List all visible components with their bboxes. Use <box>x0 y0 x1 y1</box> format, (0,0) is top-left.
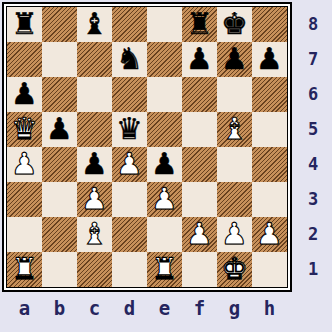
rank-label-4: 4 <box>296 147 330 182</box>
rank-label-5: 5 <box>296 112 330 147</box>
square-h8[interactable] <box>252 7 287 42</box>
black-queen-d5[interactable]: ♛ <box>112 112 147 147</box>
black-pawn-g7[interactable]: ♟ <box>217 42 252 77</box>
black-pawn-h7[interactable]: ♟ <box>252 42 287 77</box>
square-d2[interactable] <box>112 217 147 252</box>
rank-label-7: 7 <box>296 42 330 77</box>
square-b7[interactable] <box>42 42 77 77</box>
square-f2[interactable]: ♟ <box>182 217 217 252</box>
white-rook-a1[interactable]: ♜ <box>7 252 42 287</box>
square-g1[interactable]: ♚ <box>217 252 252 287</box>
square-g2[interactable]: ♟ <box>217 217 252 252</box>
white-queen-a5[interactable]: ♛ <box>7 112 42 147</box>
black-pawn-a6[interactable]: ♟ <box>7 77 42 112</box>
file-label-f: f <box>182 295 217 325</box>
square-a6[interactable]: ♟ <box>7 77 42 112</box>
rank-label-3: 3 <box>296 182 330 217</box>
square-g4[interactable] <box>217 147 252 182</box>
square-b4[interactable] <box>42 147 77 182</box>
square-f4[interactable] <box>182 147 217 182</box>
white-pawn-f2[interactable]: ♟ <box>182 217 217 252</box>
board-frame-inner-line: ♜♝♜♚♞♟♟♟♟♛♟♛♝♟♟♟♟♟♟♝♟♟♟♜♜♚ <box>6 6 288 288</box>
square-c1[interactable] <box>77 252 112 287</box>
square-a2[interactable] <box>7 217 42 252</box>
square-a3[interactable] <box>7 182 42 217</box>
square-d6[interactable] <box>112 77 147 112</box>
file-label-a: a <box>7 295 42 325</box>
white-pawn-d4[interactable]: ♟ <box>112 147 147 182</box>
square-f5[interactable] <box>182 112 217 147</box>
board-frame: ♜♝♜♚♞♟♟♟♟♛♟♛♝♟♟♟♟♟♟♝♟♟♟♜♜♚ <box>2 2 292 292</box>
square-c6[interactable] <box>77 77 112 112</box>
white-pawn-g2[interactable]: ♟ <box>217 217 252 252</box>
square-h3[interactable] <box>252 182 287 217</box>
square-d3[interactable] <box>112 182 147 217</box>
square-c8[interactable]: ♝ <box>77 7 112 42</box>
white-king-g1[interactable]: ♚ <box>217 252 252 287</box>
square-e5[interactable] <box>147 112 182 147</box>
square-d5[interactable]: ♛ <box>112 112 147 147</box>
white-pawn-h2[interactable]: ♟ <box>252 217 287 252</box>
black-pawn-b5[interactable]: ♟ <box>42 112 77 147</box>
square-c3[interactable]: ♟ <box>77 182 112 217</box>
square-h4[interactable] <box>252 147 287 182</box>
white-pawn-a4[interactable]: ♟ <box>7 147 42 182</box>
black-king-g8[interactable]: ♚ <box>217 7 252 42</box>
rank-label-1: 1 <box>296 252 330 287</box>
square-a8[interactable]: ♜ <box>7 7 42 42</box>
square-e3[interactable]: ♟ <box>147 182 182 217</box>
square-b8[interactable] <box>42 7 77 42</box>
square-h7[interactable]: ♟ <box>252 42 287 77</box>
square-g7[interactable]: ♟ <box>217 42 252 77</box>
square-g8[interactable]: ♚ <box>217 7 252 42</box>
white-pawn-c3[interactable]: ♟ <box>77 182 112 217</box>
square-d4[interactable]: ♟ <box>112 147 147 182</box>
white-rook-e1[interactable]: ♜ <box>147 252 182 287</box>
file-labels: abcdefgh <box>7 295 287 325</box>
white-pawn-e3[interactable]: ♟ <box>147 182 182 217</box>
square-f6[interactable] <box>182 77 217 112</box>
square-e2[interactable] <box>147 217 182 252</box>
file-label-e: e <box>147 295 182 325</box>
black-pawn-f7[interactable]: ♟ <box>182 42 217 77</box>
square-e6[interactable] <box>147 77 182 112</box>
board-frame-white-line: ♜♝♜♚♞♟♟♟♟♛♟♛♝♟♟♟♟♟♟♝♟♟♟♜♜♚ <box>4 4 290 290</box>
square-c2[interactable]: ♝ <box>77 217 112 252</box>
square-g5[interactable]: ♝ <box>217 112 252 147</box>
square-f1[interactable] <box>182 252 217 287</box>
rank-labels: 87654321 <box>296 7 330 287</box>
black-bishop-c8[interactable]: ♝ <box>77 7 112 42</box>
square-d8[interactable] <box>112 7 147 42</box>
file-label-d: d <box>112 295 147 325</box>
white-bishop-c2[interactable]: ♝ <box>77 217 112 252</box>
square-f7[interactable]: ♟ <box>182 42 217 77</box>
square-d7[interactable]: ♞ <box>112 42 147 77</box>
file-label-h: h <box>252 295 287 325</box>
square-h6[interactable] <box>252 77 287 112</box>
square-d1[interactable] <box>112 252 147 287</box>
white-bishop-g5[interactable]: ♝ <box>217 112 252 147</box>
rank-label-2: 2 <box>296 217 330 252</box>
square-e8[interactable] <box>147 7 182 42</box>
chess-app-window: ♜♝♜♚♞♟♟♟♟♛♟♛♝♟♟♟♟♟♟♝♟♟♟♜♜♚ abcdefgh 8765… <box>0 0 332 332</box>
file-label-g: g <box>217 295 252 325</box>
square-g3[interactable] <box>217 182 252 217</box>
square-c7[interactable] <box>77 42 112 77</box>
square-f8[interactable]: ♜ <box>182 7 217 42</box>
square-b2[interactable] <box>42 217 77 252</box>
square-a1[interactable]: ♜ <box>7 252 42 287</box>
square-e4[interactable]: ♟ <box>147 147 182 182</box>
square-h2[interactable]: ♟ <box>252 217 287 252</box>
black-knight-d7[interactable]: ♞ <box>112 42 147 77</box>
board-grid: ♜♝♜♚♞♟♟♟♟♛♟♛♝♟♟♟♟♟♟♝♟♟♟♜♜♚ <box>7 7 287 287</box>
square-c5[interactable] <box>77 112 112 147</box>
rank-label-8: 8 <box>296 7 330 42</box>
square-g6[interactable] <box>217 77 252 112</box>
file-label-c: c <box>77 295 112 325</box>
square-h1[interactable] <box>252 252 287 287</box>
square-b6[interactable] <box>42 77 77 112</box>
square-f3[interactable] <box>182 182 217 217</box>
rank-label-6: 6 <box>296 77 330 112</box>
square-c4[interactable]: ♟ <box>77 147 112 182</box>
black-pawn-e4[interactable]: ♟ <box>147 147 182 182</box>
square-h5[interactable] <box>252 112 287 147</box>
square-a5[interactable]: ♛ <box>7 112 42 147</box>
black-rook-a8[interactable]: ♜ <box>7 7 42 42</box>
square-b1[interactable] <box>42 252 77 287</box>
square-a7[interactable] <box>7 42 42 77</box>
file-label-b: b <box>42 295 77 325</box>
square-b5[interactable]: ♟ <box>42 112 77 147</box>
black-pawn-c4[interactable]: ♟ <box>77 147 112 182</box>
square-b3[interactable] <box>42 182 77 217</box>
square-e1[interactable]: ♜ <box>147 252 182 287</box>
square-a4[interactable]: ♟ <box>7 147 42 182</box>
square-e7[interactable] <box>147 42 182 77</box>
black-rook-f8[interactable]: ♜ <box>182 7 217 42</box>
